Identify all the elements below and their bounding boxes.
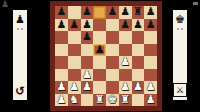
undo-button[interactable]: ↺ — [14, 85, 26, 97]
square-g5[interactable] — [132, 44, 145, 57]
black-king-avatar-icon: ♚ — [175, 14, 185, 26]
square-f4[interactable]: ♟ — [119, 56, 132, 69]
square-e6[interactable] — [106, 31, 119, 44]
white-knight-b1: ♞ — [69, 94, 79, 106]
black-pawn-c7: ♟ — [82, 19, 92, 31]
white-pawn-f2: ♟ — [120, 81, 130, 93]
dot — [17, 28, 19, 30]
black-pawn-c6: ♟ — [82, 31, 92, 43]
new-game-swords-icon[interactable]: ⚔ — [173, 83, 187, 97]
square-h8[interactable]: ♟ — [144, 6, 157, 19]
square-d8[interactable] — [93, 6, 106, 19]
white-pawn-f4: ♟ — [120, 56, 130, 68]
square-g1[interactable] — [132, 94, 145, 107]
black-pawn-a7: ♟ — [56, 19, 66, 31]
square-e3[interactable] — [106, 69, 119, 82]
square-a1[interactable]: ♟ — [55, 94, 68, 107]
square-b8[interactable] — [68, 6, 81, 19]
black-pawn-avatar-icon: ♟ — [15, 14, 25, 26]
black-pawn-g7: ♟ — [133, 19, 143, 31]
square-b3[interactable] — [68, 69, 81, 82]
top-left-pawn-icon: ♟ — [1, 0, 9, 9]
square-c6[interactable]: ♟ — [81, 31, 94, 44]
square-d3[interactable] — [93, 69, 106, 82]
white-rook-d1: ♜ — [95, 94, 105, 106]
square-c7[interactable]: ♟ — [81, 19, 94, 32]
black-pawn-f7: ♟ — [120, 19, 130, 31]
dot — [181, 28, 183, 30]
black-pawn-h8: ♟ — [146, 6, 156, 18]
square-h6[interactable] — [144, 31, 157, 44]
square-g8[interactable]: ♜ — [132, 6, 145, 19]
square-e7[interactable] — [106, 19, 119, 32]
square-h1[interactable]: ♟ — [144, 94, 157, 107]
square-g7[interactable]: ♟ — [132, 19, 145, 32]
square-a3[interactable] — [55, 69, 68, 82]
white-pawn-b2: ♟ — [69, 81, 79, 93]
square-b6[interactable] — [68, 31, 81, 44]
square-b1[interactable]: ♞ — [68, 94, 81, 107]
square-d1[interactable]: ♜ — [93, 94, 106, 107]
black-pawn-c8: ♟ — [82, 6, 92, 18]
square-a7[interactable]: ♟ — [55, 19, 68, 32]
black-pawn-b7: ♟ — [69, 19, 79, 31]
square-e8[interactable]: ♟ — [106, 6, 119, 19]
square-e1[interactable]: ♚ — [106, 94, 119, 107]
square-c3[interactable]: ♟ — [81, 69, 94, 82]
square-a2[interactable]: ♟ — [55, 81, 68, 94]
black-pawn-e8: ♟ — [107, 6, 117, 18]
square-g6[interactable] — [132, 31, 145, 44]
chess-board: ♟♟♟♟♜♟♟♟♟♟♟♟♟♟♟♟♟♟♟♟♟♟♟♞♜♚♜♟ — [50, 1, 162, 111]
square-g3[interactable] — [132, 69, 145, 82]
square-f3[interactable] — [119, 69, 132, 82]
square-c2[interactable]: ♟ — [81, 81, 94, 94]
square-h2[interactable]: ♟ — [144, 81, 157, 94]
square-d2[interactable] — [93, 81, 106, 94]
white-pawn-c2: ♟ — [82, 81, 92, 93]
square-h5[interactable] — [144, 44, 157, 57]
square-c1[interactable] — [81, 94, 94, 107]
black-rook-g8: ♜ — [133, 6, 143, 18]
square-b5[interactable] — [68, 44, 81, 57]
square-f2[interactable]: ♟ — [119, 81, 132, 94]
black-pawn-f8: ♟ — [120, 6, 130, 18]
square-a6[interactable] — [55, 31, 68, 44]
square-b7[interactable]: ♟ — [68, 19, 81, 32]
king-player-dots — [177, 28, 183, 30]
black-pawn-h7: ♟ — [146, 19, 156, 31]
square-f8[interactable]: ♟ — [119, 6, 132, 19]
square-c4[interactable] — [81, 56, 94, 69]
square-a4[interactable] — [55, 56, 68, 69]
square-c5[interactable] — [81, 44, 94, 57]
white-rook-f1: ♜ — [120, 94, 130, 106]
square-b4[interactable] — [68, 56, 81, 69]
black-player-panel: ♟ ↺ — [13, 10, 27, 100]
square-d7[interactable] — [93, 19, 106, 32]
square-d5[interactable]: ♟ — [93, 44, 106, 57]
square-f1[interactable]: ♜ — [119, 94, 132, 107]
king-player-panel: ♚ ⚔ — [173, 10, 187, 100]
white-king-e1: ♚ — [107, 94, 117, 106]
white-pawn-c3: ♟ — [82, 69, 92, 81]
white-pawn-g2: ♟ — [133, 81, 143, 93]
white-pawn-h1: ♟ — [146, 94, 156, 106]
square-h3[interactable] — [144, 69, 157, 82]
white-pawn-a1: ♟ — [56, 94, 66, 106]
square-g2[interactable]: ♟ — [132, 81, 145, 94]
top-right-indicator — [193, 2, 198, 5]
square-e5[interactable] — [106, 44, 119, 57]
square-a5[interactable] — [55, 44, 68, 57]
square-d4[interactable] — [93, 56, 106, 69]
square-h4[interactable] — [144, 56, 157, 69]
square-e2[interactable] — [106, 81, 119, 94]
white-pawn-h2: ♟ — [146, 81, 156, 93]
square-h7[interactable]: ♟ — [144, 19, 157, 32]
black-pawn-a8: ♟ — [56, 6, 66, 18]
black-pawn-d5: ♟ — [95, 44, 105, 56]
square-d6[interactable] — [93, 31, 106, 44]
dot — [177, 28, 179, 30]
square-f7[interactable]: ♟ — [119, 19, 132, 32]
dot — [21, 28, 23, 30]
square-a8[interactable]: ♟ — [55, 6, 68, 19]
white-pawn-a2: ♟ — [56, 81, 66, 93]
board-grid: ♟♟♟♟♜♟♟♟♟♟♟♟♟♟♟♟♟♟♟♟♟♟♟♞♜♚♜♟ — [55, 6, 157, 106]
black-player-dots — [17, 28, 23, 30]
square-f5[interactable] — [119, 44, 132, 57]
square-f6[interactable] — [119, 31, 132, 44]
square-e4[interactable] — [106, 56, 119, 69]
square-b2[interactable]: ♟ — [68, 81, 81, 94]
square-g4[interactable] — [132, 56, 145, 69]
square-c8[interactable]: ♟ — [81, 6, 94, 19]
